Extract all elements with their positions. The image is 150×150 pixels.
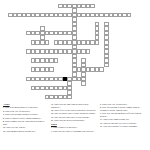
clue-section-header: Across xyxy=(3,103,48,106)
clue-item: 16. What effect did the Spirit's touch h… xyxy=(51,109,97,112)
clue-item: 7. How were his past memories different … xyxy=(100,112,148,117)
crossword-cell[interactable] xyxy=(86,49,91,54)
clue-number: 10. xyxy=(3,126,6,128)
clue-number: 12. xyxy=(3,130,6,132)
clue-item: 8. What example does the Ghost show Scro… xyxy=(3,120,48,125)
clue-number: 6. xyxy=(3,117,5,119)
crossword-cell[interactable] xyxy=(90,4,95,9)
clue-number: 17. xyxy=(100,125,103,127)
clue-number: 15. xyxy=(100,122,103,124)
crossword-cell[interactable] xyxy=(104,63,109,68)
clue-item: 10. What did Tiny Tim do? xyxy=(3,126,48,129)
clue-number: 13. xyxy=(100,118,103,120)
crossword-cell[interactable] xyxy=(54,58,59,63)
clue-item: 18. Why did Marley have to carry around … xyxy=(51,112,97,115)
clue-column-3: 5. What is the title for this story?6. H… xyxy=(100,103,148,129)
clue-number: 8. xyxy=(3,120,5,122)
clue-number: 3. xyxy=(51,130,53,132)
clue-number: 16. xyxy=(51,109,54,111)
clue-item: 5. What is the title for this story? xyxy=(100,103,148,106)
clue-item: 12. What memory makes Scrooge sad? xyxy=(3,130,48,133)
crossword-cell[interactable] xyxy=(67,95,72,100)
clue-number: 5. xyxy=(100,103,102,105)
crossword-board xyxy=(0,0,150,101)
crossword-cell[interactable] xyxy=(45,40,50,45)
clue-item: 17. How does Scrooge feel about Christma… xyxy=(100,125,148,128)
clue-number: 19. xyxy=(51,116,54,118)
clue-number: 14. xyxy=(51,103,54,105)
clue-item: 6. What do Marley's heavy chains symboli… xyxy=(3,117,48,120)
crossword-cell[interactable] xyxy=(81,81,86,86)
clue-number: 2. xyxy=(3,110,5,112)
clue-item: 21. What does the spirit's torch sprinkl… xyxy=(51,119,97,122)
clue-item: 1. What is Marley in this story? xyxy=(51,126,97,129)
clue-item: 4. What does Scrooge's nephew celebrate? xyxy=(3,113,48,116)
crossword-cell[interactable] xyxy=(127,13,132,18)
clue-number: 21. xyxy=(51,119,54,121)
clue-item: 14. What does the light from the spirit'… xyxy=(51,103,97,108)
crossword-cell[interactable] xyxy=(49,67,54,72)
crossword-cell[interactable] xyxy=(99,67,104,72)
clue-number: 1. xyxy=(3,106,5,108)
clue-item: 3. What does the Spirit of Christmas Pas… xyxy=(51,130,97,133)
clue-item: 1. Who is the main character of this sto… xyxy=(3,106,48,109)
clue-number: 18. xyxy=(51,112,54,114)
clue-item: 19. Why does the Spirit have to visit Sc… xyxy=(51,116,97,119)
clue-item: 13. What is one thing Scrooge did? xyxy=(100,118,148,121)
clue-item: 6. How does Scrooge's attitude change wh… xyxy=(100,106,148,111)
clue-item: 2. What is the title for this story? xyxy=(3,110,48,113)
clue-item: 15. What are Bob and Fred like to Scroog… xyxy=(100,122,148,125)
clue-number: 4. xyxy=(3,113,5,115)
clue-section-header: Down xyxy=(51,123,97,126)
clue-number: 1. xyxy=(51,126,53,128)
crossword-cell[interactable] xyxy=(95,40,100,45)
clue-number: 7. xyxy=(100,112,102,114)
clue-column-2: 14. What does the light from the spirit'… xyxy=(51,103,97,133)
clue-column-1: Across1. Who is the main character of th… xyxy=(3,103,48,133)
clue-number: 6. xyxy=(100,106,102,108)
